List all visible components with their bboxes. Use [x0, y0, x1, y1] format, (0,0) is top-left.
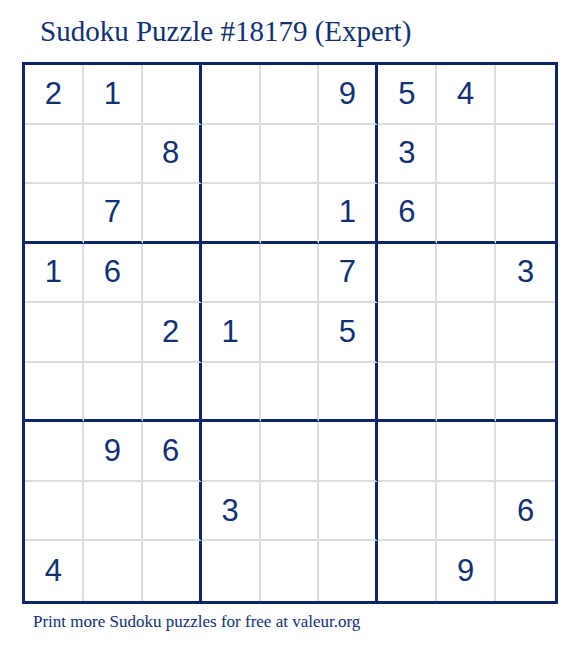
cell-r9c6[interactable]: [319, 541, 378, 601]
cell-r5c8[interactable]: [437, 303, 496, 363]
cell-r3c8[interactable]: [437, 184, 496, 244]
cell-r2c8[interactable]: [437, 125, 496, 185]
cell-r5c3[interactable]: 2: [143, 303, 202, 363]
cell-r4c6[interactable]: 7: [319, 244, 378, 304]
cell-r2c7[interactable]: 3: [378, 125, 437, 185]
cell-r8c7[interactable]: [378, 482, 437, 542]
cell-r3c6[interactable]: 1: [319, 184, 378, 244]
cell-r7c2[interactable]: 9: [84, 422, 143, 482]
cell-r3c4[interactable]: [202, 184, 261, 244]
cell-r7c5[interactable]: [261, 422, 320, 482]
cell-r8c5[interactable]: [261, 482, 320, 542]
cell-r7c4[interactable]: [202, 422, 261, 482]
cell-r5c7[interactable]: [378, 303, 437, 363]
cell-r8c2[interactable]: [84, 482, 143, 542]
cell-r7c9[interactable]: [496, 422, 555, 482]
cell-r8c9[interactable]: 6: [496, 482, 555, 542]
cell-r7c1[interactable]: [25, 422, 84, 482]
cell-r4c4[interactable]: [202, 244, 261, 304]
cell-r5c1[interactable]: [25, 303, 84, 363]
cell-r1c5[interactable]: [261, 65, 320, 125]
cell-r4c2[interactable]: 6: [84, 244, 143, 304]
cell-r5c4[interactable]: 1: [202, 303, 261, 363]
cell-r4c3[interactable]: [143, 244, 202, 304]
cell-r6c6[interactable]: [319, 363, 378, 423]
cell-r5c6[interactable]: 5: [319, 303, 378, 363]
cell-r6c9[interactable]: [496, 363, 555, 423]
cell-r8c8[interactable]: [437, 482, 496, 542]
cell-r6c2[interactable]: [84, 363, 143, 423]
cell-r1c8[interactable]: 4: [437, 65, 496, 125]
cell-r8c6[interactable]: [319, 482, 378, 542]
cell-r2c1[interactable]: [25, 125, 84, 185]
cell-r2c2[interactable]: [84, 125, 143, 185]
footer-text: Print more Sudoku puzzles for free at va…: [33, 611, 360, 633]
cell-r7c8[interactable]: [437, 422, 496, 482]
cell-r9c9[interactable]: [496, 541, 555, 601]
cell-r8c4[interactable]: 3: [202, 482, 261, 542]
cell-r2c3[interactable]: 8: [143, 125, 202, 185]
cell-r1c4[interactable]: [202, 65, 261, 125]
cell-r9c1[interactable]: 4: [25, 541, 84, 601]
cell-r9c2[interactable]: [84, 541, 143, 601]
cell-r7c6[interactable]: [319, 422, 378, 482]
cell-r7c7[interactable]: [378, 422, 437, 482]
cell-r5c5[interactable]: [261, 303, 320, 363]
cell-r9c3[interactable]: [143, 541, 202, 601]
cell-r1c9[interactable]: [496, 65, 555, 125]
cell-r7c3[interactable]: 6: [143, 422, 202, 482]
cell-r5c9[interactable]: [496, 303, 555, 363]
cell-r9c5[interactable]: [261, 541, 320, 601]
cell-r2c5[interactable]: [261, 125, 320, 185]
cell-r2c6[interactable]: [319, 125, 378, 185]
sudoku-print-page: Sudoku Puzzle #18179 (Expert) 2195483716…: [0, 0, 580, 651]
cell-r5c2[interactable]: [84, 303, 143, 363]
cell-r3c1[interactable]: [25, 184, 84, 244]
cell-r3c9[interactable]: [496, 184, 555, 244]
cell-r3c3[interactable]: [143, 184, 202, 244]
cell-r1c6[interactable]: 9: [319, 65, 378, 125]
cell-r1c3[interactable]: [143, 65, 202, 125]
cell-r8c1[interactable]: [25, 482, 84, 542]
cell-r9c4[interactable]: [202, 541, 261, 601]
cell-r1c7[interactable]: 5: [378, 65, 437, 125]
page-title: Sudoku Puzzle #18179 (Expert): [40, 14, 411, 48]
cell-r6c7[interactable]: [378, 363, 437, 423]
cell-r9c8[interactable]: 9: [437, 541, 496, 601]
cell-r3c2[interactable]: 7: [84, 184, 143, 244]
cell-r3c5[interactable]: [261, 184, 320, 244]
cell-r6c5[interactable]: [261, 363, 320, 423]
cell-r2c9[interactable]: [496, 125, 555, 185]
cell-r9c7[interactable]: [378, 541, 437, 601]
cell-r6c3[interactable]: [143, 363, 202, 423]
cell-r1c2[interactable]: 1: [84, 65, 143, 125]
cell-r2c4[interactable]: [202, 125, 261, 185]
cell-r4c5[interactable]: [261, 244, 320, 304]
cell-r6c4[interactable]: [202, 363, 261, 423]
cell-r4c9[interactable]: 3: [496, 244, 555, 304]
cell-r3c7[interactable]: 6: [378, 184, 437, 244]
cell-r4c8[interactable]: [437, 244, 496, 304]
cell-r4c1[interactable]: 1: [25, 244, 84, 304]
sudoku-board: 21954837161673215963649: [22, 62, 558, 604]
cell-r6c8[interactable]: [437, 363, 496, 423]
cell-r8c3[interactable]: [143, 482, 202, 542]
cell-r4c7[interactable]: [378, 244, 437, 304]
cell-r1c1[interactable]: 2: [25, 65, 84, 125]
cell-r6c1[interactable]: [25, 363, 84, 423]
